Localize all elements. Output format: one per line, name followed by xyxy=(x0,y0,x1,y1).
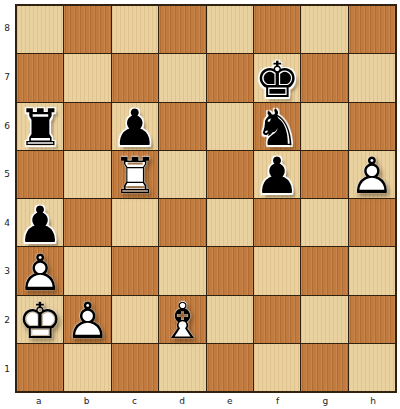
file-label-f: f xyxy=(254,393,302,408)
square-b3[interactable] xyxy=(64,247,110,294)
file-label-g: g xyxy=(302,393,350,408)
square-h2[interactable] xyxy=(349,296,395,343)
square-c3[interactable] xyxy=(112,247,158,294)
square-d6[interactable] xyxy=(159,103,205,150)
square-a8[interactable] xyxy=(17,6,63,53)
square-g3[interactable] xyxy=(301,247,347,294)
piece-outline-glyph: ♖ xyxy=(113,151,158,201)
square-f1[interactable] xyxy=(254,344,300,391)
square-e4[interactable] xyxy=(207,199,253,246)
square-f3[interactable] xyxy=(254,247,300,294)
square-d1[interactable] xyxy=(159,344,205,391)
square-d3[interactable] xyxy=(159,247,205,294)
square-g6[interactable] xyxy=(301,103,347,150)
piece-fill-glyph: ♞ xyxy=(255,103,300,153)
square-a5[interactable] xyxy=(17,151,63,198)
square-f6[interactable]: ♞ xyxy=(254,103,300,150)
piece-fill-glyph: ♜ xyxy=(18,103,63,153)
square-e1[interactable] xyxy=(207,344,253,391)
square-h4[interactable] xyxy=(349,199,395,246)
white-pawn[interactable]: ♟♙ xyxy=(349,151,395,198)
square-h1[interactable] xyxy=(349,344,395,391)
file-labels: abcdefgh xyxy=(15,393,397,408)
square-h3[interactable] xyxy=(349,247,395,294)
square-f7[interactable]: ♚ xyxy=(254,54,300,101)
square-e8[interactable] xyxy=(207,6,253,53)
board: ♚♜♟♞♜♖♟♟♙♟♟♙♚♔♟♙♝♗ xyxy=(15,4,397,393)
chess-diagram-page: 87654321 ♚♜♟♞♜♖♟♟♙♟♟♙♚♔♟♙♝♗ abcdefgh xyxy=(0,0,400,409)
rank-label-1: 1 xyxy=(0,344,14,393)
square-b4[interactable] xyxy=(64,199,110,246)
black-pawn[interactable]: ♟ xyxy=(112,103,158,150)
square-c7[interactable] xyxy=(112,54,158,101)
square-c4[interactable] xyxy=(112,199,158,246)
black-rook[interactable]: ♜ xyxy=(17,103,63,150)
square-a2[interactable]: ♚♔ xyxy=(17,296,63,343)
square-h8[interactable] xyxy=(349,6,395,53)
square-c1[interactable] xyxy=(112,344,158,391)
square-d7[interactable] xyxy=(159,54,205,101)
rank-label-8: 8 xyxy=(0,4,14,53)
rank-label-7: 7 xyxy=(0,53,14,102)
square-e7[interactable] xyxy=(207,54,253,101)
white-king[interactable]: ♚♔ xyxy=(17,296,63,343)
piece-outline-glyph: ♙ xyxy=(65,296,110,346)
piece-fill-glyph: ♟ xyxy=(18,200,63,250)
square-g1[interactable] xyxy=(301,344,347,391)
file-label-a: a xyxy=(15,393,63,408)
square-e6[interactable] xyxy=(207,103,253,150)
file-label-d: d xyxy=(158,393,206,408)
square-c2[interactable] xyxy=(112,296,158,343)
square-d5[interactable] xyxy=(159,151,205,198)
white-pawn[interactable]: ♟♙ xyxy=(64,296,110,343)
square-g2[interactable] xyxy=(301,296,347,343)
square-b7[interactable] xyxy=(64,54,110,101)
black-pawn[interactable]: ♟ xyxy=(254,151,300,198)
rank-label-5: 5 xyxy=(0,150,14,199)
square-c8[interactable] xyxy=(112,6,158,53)
square-g5[interactable] xyxy=(301,151,347,198)
square-b5[interactable] xyxy=(64,151,110,198)
file-label-c: c xyxy=(111,393,159,408)
rank-label-2: 2 xyxy=(0,296,14,345)
piece-outline-glyph: ♙ xyxy=(18,248,63,298)
square-d4[interactable] xyxy=(159,199,205,246)
square-f4[interactable] xyxy=(254,199,300,246)
square-g8[interactable] xyxy=(301,6,347,53)
rank-labels: 87654321 xyxy=(0,4,14,393)
white-bishop[interactable]: ♝♗ xyxy=(159,296,205,343)
white-pawn[interactable]: ♟♙ xyxy=(17,247,63,294)
square-c5[interactable]: ♜♖ xyxy=(112,151,158,198)
file-label-e: e xyxy=(206,393,254,408)
black-pawn[interactable]: ♟ xyxy=(17,199,63,246)
square-e3[interactable] xyxy=(207,247,253,294)
square-f8[interactable] xyxy=(254,6,300,53)
square-f2[interactable] xyxy=(254,296,300,343)
square-a7[interactable] xyxy=(17,54,63,101)
square-h6[interactable] xyxy=(349,103,395,150)
piece-outline-glyph: ♙ xyxy=(349,151,394,201)
square-d2[interactable]: ♝♗ xyxy=(159,296,205,343)
square-b2[interactable]: ♟♙ xyxy=(64,296,110,343)
piece-outline-glyph: ♔ xyxy=(18,296,63,346)
square-f5[interactable]: ♟ xyxy=(254,151,300,198)
black-king[interactable]: ♚ xyxy=(254,54,300,101)
square-h5[interactable]: ♟♙ xyxy=(349,151,395,198)
square-a1[interactable] xyxy=(17,344,63,391)
square-g7[interactable] xyxy=(301,54,347,101)
rank-label-6: 6 xyxy=(0,101,14,150)
square-e2[interactable] xyxy=(207,296,253,343)
square-h7[interactable] xyxy=(349,54,395,101)
square-e5[interactable] xyxy=(207,151,253,198)
piece-fill-glyph: ♟ xyxy=(113,103,158,153)
square-b6[interactable] xyxy=(64,103,110,150)
rank-label-4: 4 xyxy=(0,199,14,248)
square-a6[interactable]: ♜ xyxy=(17,103,63,150)
square-g4[interactable] xyxy=(301,199,347,246)
black-knight[interactable]: ♞ xyxy=(254,103,300,150)
piece-fill-glyph: ♚ xyxy=(255,55,300,105)
piece-fill-glyph: ♟ xyxy=(255,151,300,201)
piece-outline-glyph: ♗ xyxy=(160,296,205,346)
square-a4[interactable]: ♟ xyxy=(17,199,63,246)
file-label-b: b xyxy=(63,393,111,408)
white-rook[interactable]: ♜♖ xyxy=(112,151,158,198)
file-label-h: h xyxy=(349,393,397,408)
square-b1[interactable] xyxy=(64,344,110,391)
square-c6[interactable]: ♟ xyxy=(112,103,158,150)
square-a3[interactable]: ♟♙ xyxy=(17,247,63,294)
square-d8[interactable] xyxy=(159,6,205,53)
rank-label-3: 3 xyxy=(0,247,14,296)
square-b8[interactable] xyxy=(64,6,110,53)
